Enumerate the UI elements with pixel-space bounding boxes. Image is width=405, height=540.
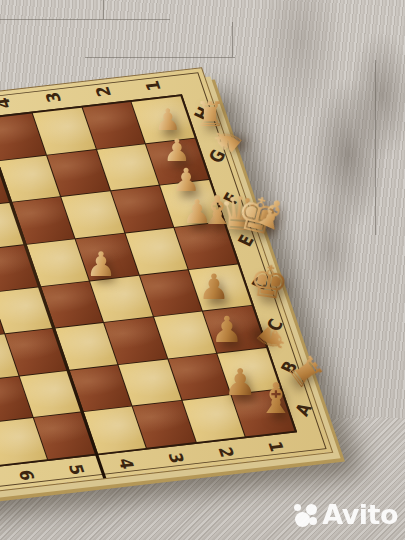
chess-piece-pawn: ♟ — [86, 247, 116, 281]
chess-piece-pawn: ♟ — [182, 195, 212, 228]
chess-piece-pawn: ♟ — [198, 270, 229, 305]
photo-stage: 8877665544332211HGFEDCBA ♟♜♟♞♟♝♛♚♝♟♟♟♚♟♞… — [0, 0, 405, 540]
chess-piece-pawn: ♟ — [223, 364, 256, 401]
chess-piece-pawn: ♟ — [211, 312, 243, 348]
watermark: Avito — [294, 499, 398, 530]
avito-logo-icon — [294, 503, 318, 527]
chess-piece-pawn: ♟ — [155, 105, 182, 135]
chess-piece-knight-lying: ♞ — [249, 317, 295, 363]
chess-piece-king: ♚ — [246, 258, 291, 307]
pieces-layer: ♟♜♟♞♟♝♛♚♝♟♟♟♚♟♞♟♝♜ — [0, 0, 405, 540]
watermark-text: Avito — [322, 499, 398, 530]
